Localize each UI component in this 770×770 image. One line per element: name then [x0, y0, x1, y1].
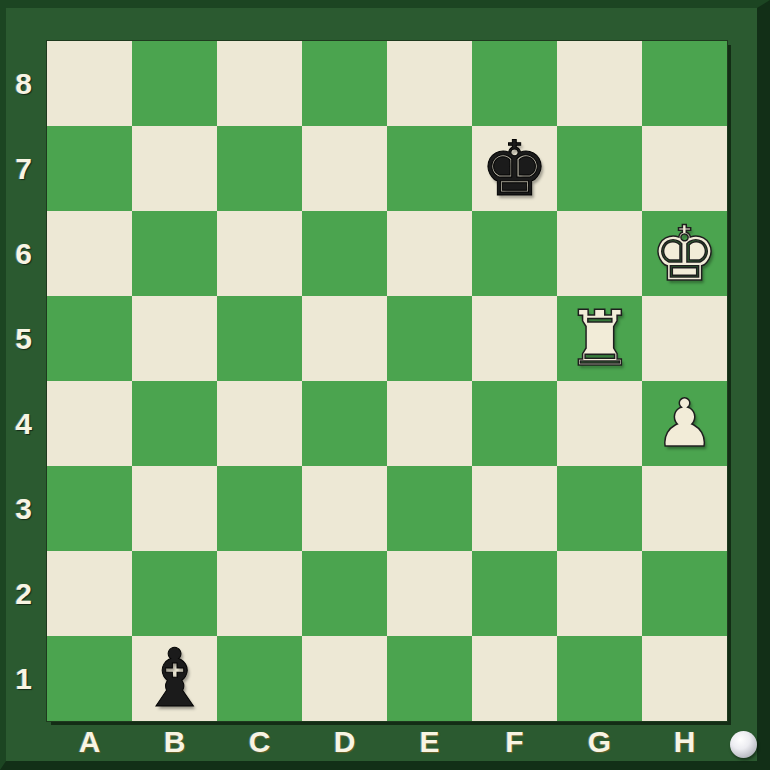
chess-app-window: 87654321 ♚♚♜♟♝ ABCDEFGH	[0, 0, 770, 770]
white-to-move-indicator-ball	[730, 731, 757, 758]
square-h5[interactable]	[642, 296, 727, 381]
square-e6[interactable]	[387, 211, 472, 296]
square-g6[interactable]	[557, 211, 642, 296]
square-c1[interactable]	[217, 636, 302, 721]
square-e2[interactable]	[387, 551, 472, 636]
square-a3[interactable]	[47, 466, 132, 551]
square-b8[interactable]	[132, 41, 217, 126]
rank-label-8: 8	[0, 41, 47, 126]
square-b4[interactable]	[132, 381, 217, 466]
square-g4[interactable]	[557, 381, 642, 466]
square-f4[interactable]	[472, 381, 557, 466]
square-a6[interactable]	[47, 211, 132, 296]
square-g3[interactable]	[557, 466, 642, 551]
file-label-b: B	[132, 722, 217, 762]
square-c7[interactable]	[217, 126, 302, 211]
square-h2[interactable]	[642, 551, 727, 636]
square-f2[interactable]	[472, 551, 557, 636]
file-labels: ABCDEFGH	[47, 722, 727, 762]
square-c4[interactable]	[217, 381, 302, 466]
square-f8[interactable]	[472, 41, 557, 126]
file-label-g: G	[557, 722, 642, 762]
square-g1[interactable]	[557, 636, 642, 721]
square-d5[interactable]	[302, 296, 387, 381]
square-a8[interactable]	[47, 41, 132, 126]
rank-label-7: 7	[0, 126, 47, 211]
square-b1[interactable]: ♝	[132, 636, 217, 721]
file-label-c: C	[217, 722, 302, 762]
square-f5[interactable]	[472, 296, 557, 381]
square-g5[interactable]: ♜	[557, 296, 642, 381]
square-g8[interactable]	[557, 41, 642, 126]
square-g2[interactable]	[557, 551, 642, 636]
rank-label-5: 5	[0, 296, 47, 381]
square-b7[interactable]	[132, 126, 217, 211]
square-h4[interactable]: ♟	[642, 381, 727, 466]
square-d1[interactable]	[302, 636, 387, 721]
rank-labels: 87654321	[0, 41, 47, 721]
square-f1[interactable]	[472, 636, 557, 721]
rank-label-1: 1	[0, 636, 47, 721]
square-c8[interactable]	[217, 41, 302, 126]
square-h6[interactable]: ♚	[642, 211, 727, 296]
square-c3[interactable]	[217, 466, 302, 551]
square-a4[interactable]	[47, 381, 132, 466]
square-h7[interactable]	[642, 126, 727, 211]
black-bishop-piece-icon[interactable]: ♝	[132, 636, 217, 721]
file-label-a: A	[47, 722, 132, 762]
square-c6[interactable]	[217, 211, 302, 296]
square-c2[interactable]	[217, 551, 302, 636]
square-d4[interactable]	[302, 381, 387, 466]
rank-label-4: 4	[0, 381, 47, 466]
square-g7[interactable]	[557, 126, 642, 211]
square-d8[interactable]	[302, 41, 387, 126]
rank-label-6: 6	[0, 211, 47, 296]
square-d6[interactable]	[302, 211, 387, 296]
file-label-d: D	[302, 722, 387, 762]
square-e5[interactable]	[387, 296, 472, 381]
square-h3[interactable]	[642, 466, 727, 551]
square-a1[interactable]	[47, 636, 132, 721]
square-c5[interactable]	[217, 296, 302, 381]
square-a2[interactable]	[47, 551, 132, 636]
file-label-h: H	[642, 722, 727, 762]
chess-board: ♚♚♜♟♝	[47, 41, 727, 721]
square-d7[interactable]	[302, 126, 387, 211]
square-b6[interactable]	[132, 211, 217, 296]
square-e7[interactable]	[387, 126, 472, 211]
rank-label-2: 2	[0, 551, 47, 636]
square-f3[interactable]	[472, 466, 557, 551]
square-b3[interactable]	[132, 466, 217, 551]
black-king-piece-icon[interactable]: ♚	[472, 126, 557, 211]
white-rook-piece-icon[interactable]: ♜	[557, 296, 642, 381]
square-e8[interactable]	[387, 41, 472, 126]
square-f7[interactable]: ♚	[472, 126, 557, 211]
white-king-piece-icon[interactable]: ♚	[642, 211, 727, 296]
square-h8[interactable]	[642, 41, 727, 126]
square-b2[interactable]	[132, 551, 217, 636]
file-label-f: F	[472, 722, 557, 762]
square-d2[interactable]	[302, 551, 387, 636]
white-pawn-piece-icon[interactable]: ♟	[642, 381, 727, 466]
file-label-e: E	[387, 722, 472, 762]
square-d3[interactable]	[302, 466, 387, 551]
square-f6[interactable]	[472, 211, 557, 296]
square-e1[interactable]	[387, 636, 472, 721]
square-h1[interactable]	[642, 636, 727, 721]
square-a7[interactable]	[47, 126, 132, 211]
square-a5[interactable]	[47, 296, 132, 381]
square-e4[interactable]	[387, 381, 472, 466]
square-b5[interactable]	[132, 296, 217, 381]
square-e3[interactable]	[387, 466, 472, 551]
rank-label-3: 3	[0, 466, 47, 551]
